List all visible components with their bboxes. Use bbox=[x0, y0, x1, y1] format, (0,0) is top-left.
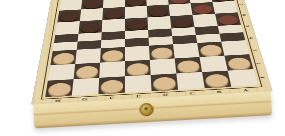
square-b1[interactable]: ● bbox=[202, 71, 231, 88]
checkers-board: ●●●●●●●●●●●●●●●●●●●●●●●● HGFEDCBA 876543… bbox=[32, 0, 272, 105]
checker-light[interactable]: ● bbox=[149, 44, 174, 59]
square-e2[interactable]: ● bbox=[125, 60, 151, 77]
square-h3[interactable]: ● bbox=[50, 50, 76, 66]
square-d2[interactable] bbox=[150, 58, 177, 74]
product-photo-stage: ●●●●●●●●●●●●●●●●●●●●●●●● HGFEDCBA 876543… bbox=[0, 0, 285, 136]
checker-light[interactable]: ● bbox=[46, 79, 74, 97]
checker-light[interactable]: ● bbox=[74, 63, 100, 80]
square-h1[interactable]: ● bbox=[45, 79, 73, 97]
rank-label: 5 bbox=[236, 24, 260, 29]
checker-light[interactable]: ● bbox=[99, 76, 125, 94]
rank-label: 6 bbox=[233, 13, 257, 18]
board-grid: ●●●●●●●●●●●●●●●●●●●●●●●● bbox=[45, 0, 258, 97]
checker-light[interactable]: ● bbox=[175, 57, 202, 73]
square-h2[interactable] bbox=[48, 64, 75, 81]
square-g3[interactable] bbox=[75, 48, 101, 64]
rank-label: 7 bbox=[230, 2, 253, 7]
checker-light[interactable]: ● bbox=[151, 73, 178, 91]
rank-label: 3 bbox=[242, 47, 268, 53]
brass-clasp-icon[interactable] bbox=[138, 102, 154, 117]
checker-light[interactable]: ● bbox=[125, 60, 150, 76]
square-g2[interactable]: ● bbox=[74, 63, 101, 80]
square-g1[interactable] bbox=[72, 78, 99, 96]
checker-light[interactable]: ● bbox=[51, 50, 77, 66]
square-d3[interactable]: ● bbox=[149, 44, 175, 60]
square-f3[interactable]: ● bbox=[100, 47, 125, 63]
square-c3[interactable] bbox=[173, 43, 199, 58]
square-c1[interactable] bbox=[176, 72, 204, 90]
square-c2[interactable]: ● bbox=[175, 57, 202, 73]
square-b3[interactable]: ● bbox=[197, 42, 224, 57]
checker-light[interactable]: ● bbox=[198, 42, 224, 57]
board-scene: ●●●●●●●●●●●●●●●●●●●●●●●● HGFEDCBA 876543… bbox=[19, 0, 274, 132]
square-e3[interactable] bbox=[125, 46, 150, 62]
rank-label: 1 bbox=[249, 74, 277, 80]
square-b2[interactable] bbox=[200, 56, 228, 72]
clasp-keyhole bbox=[144, 107, 147, 110]
square-f1[interactable]: ● bbox=[98, 76, 125, 94]
rank-label: 2 bbox=[246, 60, 273, 66]
checker-light[interactable]: ● bbox=[202, 71, 230, 88]
square-d1[interactable]: ● bbox=[151, 73, 178, 91]
square-f2[interactable] bbox=[99, 61, 125, 78]
checker-light[interactable]: ● bbox=[100, 47, 124, 63]
rank-label: 4 bbox=[239, 35, 264, 40]
square-e1[interactable] bbox=[125, 75, 152, 93]
